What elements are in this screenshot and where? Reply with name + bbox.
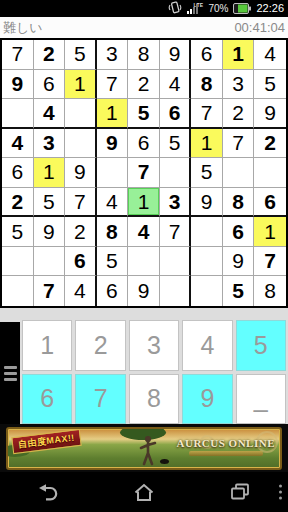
grid-cell[interactable] [2, 276, 34, 306]
home-button[interactable] [96, 482, 192, 502]
grid-cell[interactable]: 9 [191, 188, 223, 218]
grid-cell[interactable]: 4 [128, 217, 160, 247]
grid-cell[interactable]: 4 [97, 188, 129, 218]
grid-cell[interactable]: 7 [65, 188, 97, 218]
grid-cell[interactable]: 6 [97, 276, 129, 306]
menu-drawer-handle[interactable] [0, 322, 20, 424]
grid-cell[interactable]: 4 [34, 99, 66, 129]
grid-cell[interactable] [191, 217, 223, 247]
title-bar: 難しい 00:41:04 [0, 17, 288, 38]
ad-ribbon-text: 自由度MAX!! [11, 428, 82, 453]
grid-cell[interactable] [254, 158, 286, 188]
grid-cell[interactable]: 5 [223, 276, 255, 306]
grid-cell[interactable]: 6 [160, 99, 192, 129]
grid-cell[interactable]: 6 [65, 247, 97, 277]
grid-cell[interactable] [65, 99, 97, 129]
grid-cell[interactable]: 7 [191, 99, 223, 129]
grid-cell[interactable] [97, 158, 129, 188]
grid-cell[interactable] [2, 99, 34, 129]
battery-percent: 70% [208, 4, 228, 14]
grid-cell[interactable]: 7 [160, 217, 192, 247]
grid-cell[interactable]: 2 [65, 217, 97, 247]
grid-cell[interactable]: 6 [2, 158, 34, 188]
key-7[interactable]: 7 [75, 374, 125, 425]
keypad: 123456789_ [22, 320, 286, 424]
grid-cell[interactable]: 4 [160, 70, 192, 100]
grid-cell[interactable] [2, 247, 34, 277]
ad-container: 自由度MAX!! AURCUS ONLINE [0, 424, 288, 472]
recents-button[interactable] [192, 482, 288, 502]
grid-cell[interactable]: 6 [254, 188, 286, 218]
grid-cell[interactable]: 7 [2, 40, 34, 70]
ad-logo-subtitle-bar [189, 451, 263, 456]
grid-cell[interactable]: 9 [65, 158, 97, 188]
game-timer: 00:41:04 [234, 20, 285, 35]
grid-cell[interactable]: 1 [191, 129, 223, 159]
grid-cell[interactable]: 5 [65, 40, 97, 70]
grid-cell[interactable]: 1 [254, 217, 286, 247]
grid-cell[interactable]: 7 [97, 70, 129, 100]
vibrate-icon [168, 0, 182, 18]
grid-cell[interactable] [191, 276, 223, 306]
grid-cell[interactable]: 9 [2, 70, 34, 100]
grid-cell[interactable]: 3 [34, 129, 66, 159]
key-6[interactable]: 6 [22, 374, 72, 425]
home-icon [132, 482, 156, 502]
menu-icon [4, 366, 17, 381]
grid-cell[interactable]: 3 [97, 40, 129, 70]
grid-cell[interactable]: 7 [34, 276, 66, 306]
ad-character [136, 434, 160, 470]
grid-cell[interactable]: 5 [254, 70, 286, 100]
grid-cell[interactable]: 2 [254, 129, 286, 159]
ad-logo: AURCUS ONLINE [177, 437, 276, 456]
ad-logo-text: AURCUS ONLINE [177, 437, 276, 449]
grid-cell[interactable]: 9 [160, 40, 192, 70]
grid-cell[interactable]: 5 [34, 188, 66, 218]
key-9[interactable]: 9 [182, 374, 232, 425]
grid-cell[interactable]: 6 [34, 70, 66, 100]
key-4[interactable]: 4 [182, 320, 232, 371]
grid-cell[interactable]: 4 [65, 276, 97, 306]
erase-key[interactable]: _ [236, 374, 286, 425]
grid-cell[interactable]: 8 [223, 188, 255, 218]
grid-cell[interactable]: 6 [191, 40, 223, 70]
key-1[interactable]: 1 [22, 320, 72, 371]
status-bar: LTE 70% 22:26 [0, 0, 288, 17]
grid-cell[interactable]: 9 [254, 99, 286, 129]
ad-animal [160, 459, 169, 464]
grid-cell[interactable] [160, 247, 192, 277]
grid-cell[interactable]: 6 [128, 129, 160, 159]
grid-cell[interactable]: 1 [128, 188, 160, 218]
grid-cell[interactable] [191, 247, 223, 277]
grid-cell[interactable]: 8 [128, 40, 160, 70]
key-8[interactable]: 8 [129, 374, 179, 425]
grid-cell[interactable]: 8 [191, 70, 223, 100]
grid-cell[interactable]: 9 [223, 247, 255, 277]
grid-cell[interactable] [34, 247, 66, 277]
phone-screen: LTE 70% 22:26 難しい 00:41:04 7253896149617… [0, 0, 288, 512]
grid-cell[interactable]: 2 [223, 99, 255, 129]
grid-cell[interactable] [128, 247, 160, 277]
battery-icon [233, 0, 251, 18]
signal-icon: LTE [187, 2, 203, 15]
grid-cell[interactable]: 3 [160, 188, 192, 218]
grid-cell[interactable]: 6 [223, 217, 255, 247]
grid-cell[interactable]: 8 [254, 276, 286, 306]
grid-cell[interactable]: 4 [254, 40, 286, 70]
grid-cell[interactable]: 7 [223, 129, 255, 159]
grid-cell[interactable]: 5 [160, 129, 192, 159]
grid-cell[interactable]: 8 [97, 217, 129, 247]
grid-cell[interactable]: 3 [223, 70, 255, 100]
grid-cell[interactable]: 5 [97, 247, 129, 277]
key-5[interactable]: 5 [236, 320, 286, 371]
nav-bar [0, 472, 288, 512]
grid-cell[interactable]: 1 [34, 158, 66, 188]
grid-cell[interactable]: 2 [2, 188, 34, 218]
menu-dots-icon[interactable] [279, 485, 282, 500]
recents-icon [228, 482, 252, 502]
grid-cell[interactable]: 5 [2, 217, 34, 247]
grid-cell[interactable]: 1 [223, 40, 255, 70]
grid-cell[interactable]: 2 [34, 40, 66, 70]
sudoku-grid: 7253896149617248354156729439651726197525… [0, 38, 288, 308]
difficulty-label: 難しい [3, 19, 43, 37]
grid-cell[interactable]: 4 [2, 129, 34, 159]
grid-cell[interactable]: 1 [97, 99, 129, 129]
grid-cell[interactable]: 9 [34, 217, 66, 247]
ad-banner[interactable]: 自由度MAX!! AURCUS ONLINE [6, 427, 282, 470]
grid-cell[interactable]: 7 [128, 158, 160, 188]
clock: 22:26 [256, 3, 284, 14]
key-3[interactable]: 3 [129, 320, 179, 371]
grid-cell[interactable] [65, 129, 97, 159]
keypad-area: 123456789_ [0, 308, 288, 424]
grid-cell[interactable]: 1 [65, 70, 97, 100]
grid-cell[interactable]: 9 [128, 276, 160, 306]
grid-cell[interactable]: 2 [128, 70, 160, 100]
grid-cell[interactable] [223, 158, 255, 188]
grid-cell[interactable]: 9 [97, 129, 129, 159]
grid-cell[interactable] [160, 276, 192, 306]
key-2[interactable]: 2 [75, 320, 125, 371]
grid-cell[interactable]: 7 [254, 247, 286, 277]
back-icon [36, 482, 60, 502]
grid-cell[interactable]: 5 [191, 158, 223, 188]
grid-cell[interactable]: 5 [128, 99, 160, 129]
back-button[interactable] [0, 482, 96, 502]
grid-cell[interactable] [160, 158, 192, 188]
